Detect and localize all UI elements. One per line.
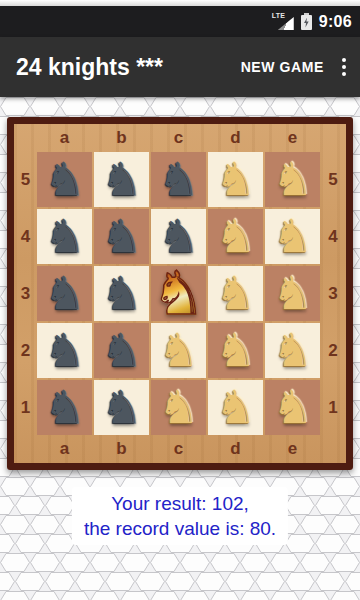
network-type-label: LTE — [272, 12, 285, 19]
rank-labels-left: 54321 — [14, 152, 37, 435]
gold-knight-icon: ♞ — [215, 380, 256, 435]
dark-knight-icon: ♞ — [101, 380, 142, 435]
new-game-button[interactable]: NEW GAME — [229, 49, 336, 85]
board-cell-d3[interactable]: ♞ — [208, 266, 263, 321]
chess-board: abcde 54321 ♞♞♞♞♞♞♞♞♞♞♞♞♞♞♞♞♞♞♞♞♞♞♞♞♞ 54… — [7, 117, 353, 470]
rank-label-2: 2 — [320, 323, 346, 378]
board-cell-a4[interactable]: ♞ — [37, 209, 92, 264]
dark-knight-icon: ♞ — [101, 323, 142, 378]
battery-charging-icon — [301, 13, 312, 30]
board-cell-d2[interactable]: ♞ — [208, 323, 263, 378]
charging-bolt-icon — [303, 18, 310, 28]
gold-knight-icon: ♞ — [272, 323, 313, 378]
dark-knight-icon: ♞ — [101, 152, 142, 207]
dark-knight-icon: ♞ — [101, 266, 142, 321]
app-title: 24 knights *** — [0, 54, 229, 81]
file-labels-bottom: abcde — [14, 435, 346, 463]
dark-knight-icon: ♞ — [158, 152, 199, 207]
file-labels-top: abcde — [14, 124, 346, 152]
file-label-e: e — [265, 128, 320, 148]
board-cell-d5[interactable]: ♞ — [208, 152, 263, 207]
gold-knight-icon: ♞ — [215, 266, 256, 321]
rank-label-2: 2 — [14, 323, 37, 378]
signal-strength-icon: LTE — [272, 12, 294, 31]
file-label-d: d — [208, 439, 263, 459]
board-cell-a1[interactable]: ♞ — [37, 380, 92, 435]
gold-knight-icon: ♞ — [272, 380, 313, 435]
dragon-knight-icon: ♞ — [152, 266, 206, 321]
app-screen: LTE 9:06 24 knights *** NEW GAME abcde 5… — [0, 0, 360, 600]
board-cell-e4[interactable]: ♞ — [265, 209, 320, 264]
file-label-a: a — [37, 439, 92, 459]
rank-label-3: 3 — [320, 266, 346, 321]
rank-labels-right: 54321 — [320, 152, 346, 435]
result-line1: Your result: 102, — [84, 491, 276, 516]
gold-knight-icon: ♞ — [215, 323, 256, 378]
board-cell-b5[interactable]: ♞ — [94, 152, 149, 207]
result-panel: Your result: 102, the record value is: 8… — [72, 487, 288, 545]
board-cell-c3[interactable]: ♞ — [151, 266, 206, 321]
file-label-d: d — [208, 128, 263, 148]
squares-grid: ♞♞♞♞♞♞♞♞♞♞♞♞♞♞♞♞♞♞♞♞♞♞♞♞♞ — [37, 152, 320, 435]
dark-knight-icon: ♞ — [44, 152, 85, 207]
rank-label-3: 3 — [14, 266, 37, 321]
board-cell-b1[interactable]: ♞ — [94, 380, 149, 435]
board-cell-c1[interactable]: ♞ — [151, 380, 206, 435]
gold-knight-icon: ♞ — [272, 152, 313, 207]
board-cell-a3[interactable]: ♞ — [37, 266, 92, 321]
file-label-b: b — [94, 439, 149, 459]
board-cell-e5[interactable]: ♞ — [265, 152, 320, 207]
dark-knight-icon: ♞ — [44, 266, 85, 321]
board-cell-c2[interactable]: ♞ — [151, 323, 206, 378]
action-bar: 24 knights *** NEW GAME — [0, 37, 360, 97]
rank-label-1: 1 — [320, 380, 346, 435]
dark-knight-icon: ♞ — [44, 209, 85, 264]
gold-knight-icon: ♞ — [215, 209, 256, 264]
rank-label-5: 5 — [320, 152, 346, 207]
gold-knight-icon: ♞ — [158, 323, 199, 378]
board-cell-d4[interactable]: ♞ — [208, 209, 263, 264]
gold-knight-icon: ♞ — [215, 152, 256, 207]
board-cell-a2[interactable]: ♞ — [37, 323, 92, 378]
dark-knight-icon: ♞ — [158, 209, 199, 264]
board-cell-b4[interactable]: ♞ — [94, 209, 149, 264]
board-cell-c5[interactable]: ♞ — [151, 152, 206, 207]
board-cell-c4[interactable]: ♞ — [151, 209, 206, 264]
rank-label-4: 4 — [320, 209, 346, 264]
board-cell-e2[interactable]: ♞ — [265, 323, 320, 378]
result-line2: the record value is: 80. — [84, 516, 276, 541]
board-cell-a5[interactable]: ♞ — [37, 152, 92, 207]
file-label-c: c — [151, 439, 206, 459]
gold-knight-icon: ♞ — [272, 266, 313, 321]
gold-knight-icon: ♞ — [272, 209, 313, 264]
dark-knight-icon: ♞ — [101, 209, 142, 264]
board-cell-e3[interactable]: ♞ — [265, 266, 320, 321]
board-cell-b2[interactable]: ♞ — [94, 323, 149, 378]
dark-knight-icon: ♞ — [44, 323, 85, 378]
status-clock: 9:06 — [319, 13, 352, 31]
board-cell-d1[interactable]: ♞ — [208, 380, 263, 435]
status-bar: LTE 9:06 — [0, 6, 360, 37]
file-label-a: a — [37, 128, 92, 148]
overflow-menu-icon[interactable] — [336, 48, 360, 86]
gold-knight-icon: ♞ — [158, 380, 199, 435]
file-label-c: c — [151, 128, 206, 148]
rank-label-5: 5 — [14, 152, 37, 207]
board-cell-e1[interactable]: ♞ — [265, 380, 320, 435]
board-cell-b3[interactable]: ♞ — [94, 266, 149, 321]
dark-knight-icon: ♞ — [44, 380, 85, 435]
file-label-b: b — [94, 128, 149, 148]
file-label-e: e — [265, 439, 320, 459]
rank-label-4: 4 — [14, 209, 37, 264]
rank-label-1: 1 — [14, 380, 37, 435]
